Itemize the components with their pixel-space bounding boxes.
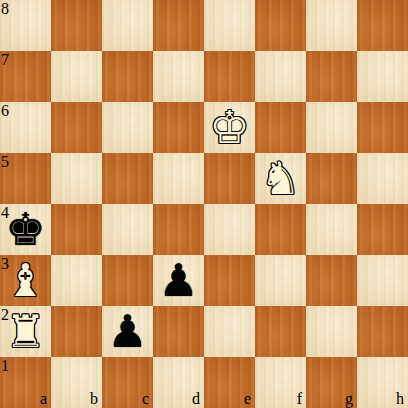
rank-label-5: 5 (1, 154, 9, 170)
square-f4[interactable] (255, 204, 306, 255)
piece-white-king-e6[interactable]: ♚ (204, 102, 255, 153)
square-d3[interactable]: ♟ (153, 255, 204, 306)
square-e5[interactable] (204, 153, 255, 204)
square-e2[interactable] (204, 306, 255, 357)
square-e3[interactable] (204, 255, 255, 306)
square-f3[interactable] (255, 255, 306, 306)
square-g1[interactable]: g (306, 357, 357, 408)
square-h6[interactable] (357, 102, 408, 153)
square-d6[interactable] (153, 102, 204, 153)
square-c8[interactable] (102, 0, 153, 51)
square-b3[interactable] (51, 255, 102, 306)
chess-board-wrap: 876♚5♞4♚3♝♟2♜♟1abcdefgh (0, 0, 408, 408)
square-a8[interactable]: 8 (0, 0, 51, 51)
piece-black-pawn-c2[interactable]: ♟ (102, 306, 153, 357)
square-f8[interactable] (255, 0, 306, 51)
square-g7[interactable] (306, 51, 357, 102)
square-b8[interactable] (51, 0, 102, 51)
piece-white-bishop-a3[interactable]: ♝ (0, 255, 51, 306)
file-label-h: h (396, 391, 404, 407)
square-a4[interactable]: 4♚ (0, 204, 51, 255)
square-h1[interactable]: h (357, 357, 408, 408)
square-g2[interactable] (306, 306, 357, 357)
file-label-d: d (192, 391, 200, 407)
square-e6[interactable]: ♚ (204, 102, 255, 153)
file-label-e: e (244, 391, 251, 407)
rank-label-7: 7 (1, 52, 9, 68)
rank-label-6: 6 (1, 103, 9, 119)
square-d7[interactable] (153, 51, 204, 102)
piece-white-rook-a2[interactable]: ♜ (0, 306, 51, 357)
rank-label-8: 8 (1, 1, 9, 17)
square-f7[interactable] (255, 51, 306, 102)
square-a2[interactable]: 2♜ (0, 306, 51, 357)
square-f2[interactable] (255, 306, 306, 357)
square-g4[interactable] (306, 204, 357, 255)
square-a7[interactable]: 7 (0, 51, 51, 102)
square-a3[interactable]: 3♝ (0, 255, 51, 306)
square-h4[interactable] (357, 204, 408, 255)
square-g3[interactable] (306, 255, 357, 306)
square-c5[interactable] (102, 153, 153, 204)
chess-board: 876♚5♞4♚3♝♟2♜♟1abcdefgh (0, 0, 408, 408)
square-d5[interactable] (153, 153, 204, 204)
square-b2[interactable] (51, 306, 102, 357)
square-b5[interactable] (51, 153, 102, 204)
square-c2[interactable]: ♟ (102, 306, 153, 357)
square-c3[interactable] (102, 255, 153, 306)
file-label-g: g (345, 391, 353, 407)
piece-black-king-a4[interactable]: ♚ (0, 204, 51, 255)
square-b1[interactable]: b (51, 357, 102, 408)
file-label-b: b (90, 391, 98, 407)
square-g5[interactable] (306, 153, 357, 204)
square-g8[interactable] (306, 0, 357, 51)
square-f5[interactable]: ♞ (255, 153, 306, 204)
square-d1[interactable]: d (153, 357, 204, 408)
square-a6[interactable]: 6 (0, 102, 51, 153)
square-f1[interactable]: f (255, 357, 306, 408)
square-h2[interactable] (357, 306, 408, 357)
piece-black-pawn-d3[interactable]: ♟ (153, 255, 204, 306)
square-b7[interactable] (51, 51, 102, 102)
square-e8[interactable] (204, 0, 255, 51)
square-h7[interactable] (357, 51, 408, 102)
file-label-f: f (297, 391, 302, 407)
square-d8[interactable] (153, 0, 204, 51)
square-b6[interactable] (51, 102, 102, 153)
file-label-c: c (142, 391, 149, 407)
rank-label-1: 1 (1, 358, 9, 374)
file-label-a: a (40, 391, 47, 407)
square-e7[interactable] (204, 51, 255, 102)
square-c1[interactable]: c (102, 357, 153, 408)
square-a1[interactable]: 1a (0, 357, 51, 408)
square-b4[interactable] (51, 204, 102, 255)
square-d4[interactable] (153, 204, 204, 255)
square-d2[interactable] (153, 306, 204, 357)
square-h8[interactable] (357, 0, 408, 51)
square-h5[interactable] (357, 153, 408, 204)
square-c4[interactable] (102, 204, 153, 255)
square-c6[interactable] (102, 102, 153, 153)
square-e4[interactable] (204, 204, 255, 255)
square-f6[interactable] (255, 102, 306, 153)
square-g6[interactable] (306, 102, 357, 153)
square-c7[interactable] (102, 51, 153, 102)
square-e1[interactable]: e (204, 357, 255, 408)
piece-white-knight-f5[interactable]: ♞ (255, 153, 306, 204)
square-h3[interactable] (357, 255, 408, 306)
square-a5[interactable]: 5 (0, 153, 51, 204)
